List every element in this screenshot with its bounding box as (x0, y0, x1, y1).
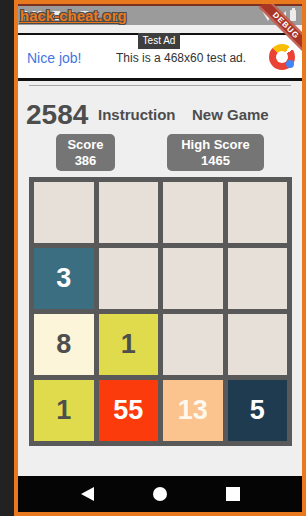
tile-r1c1-empty (34, 182, 94, 243)
high-score-value: 1465 (167, 153, 264, 169)
tile-r3c2-value-1: 1 (99, 314, 159, 375)
admob-logo-icon[interactable] (269, 44, 295, 70)
tile-r1c4-empty (228, 182, 288, 243)
score-box: Score 386 (56, 134, 115, 171)
high-score-label: High Score (167, 137, 264, 153)
tile-r2c2-empty (99, 248, 159, 309)
tile-r4c4-value-5: 5 (228, 380, 288, 441)
tile-r3c1-value-8: 8 (34, 314, 94, 375)
tile-r4c1-value-1: 1 (34, 380, 94, 441)
new-game-button[interactable]: New Game (192, 107, 269, 122)
score-value: 386 (56, 153, 115, 169)
page-title: 2584 (26, 101, 88, 129)
tile-r4c2-value-55: 55 (99, 380, 159, 441)
tile-r2c4-empty (228, 248, 288, 309)
test-ad-badge: Test Ad (138, 33, 180, 49)
tile-r1c2-empty (99, 182, 159, 243)
tile-r4c3-value-13: 13 (163, 380, 223, 441)
android-nav-bar (18, 476, 302, 512)
tile-r3c4-empty (228, 314, 288, 375)
admob-logo-dot (286, 60, 294, 68)
score-label: Score (56, 137, 115, 153)
instruction-button[interactable]: Instruction (98, 107, 176, 122)
high-score-box: High Score 1465 (167, 134, 264, 171)
phone-screen: 6:23 DEBUG hack-cheat.org Test Ad Nice j… (14, 0, 306, 516)
recents-icon[interactable] (226, 487, 240, 501)
tile-r3c3-empty (163, 314, 223, 375)
watermark-text: hack-cheat.org (20, 7, 127, 24)
home-icon[interactable] (153, 487, 167, 501)
ad-body-text: This is a 468x60 test ad. (116, 51, 246, 65)
tile-r2c1-value-3: 3 (34, 248, 94, 309)
ad-banner[interactable]: Test Ad Nice job! This is a 468x60 test … (18, 33, 302, 81)
back-icon[interactable] (81, 487, 94, 501)
game-board[interactable]: 381155135 (29, 177, 292, 446)
header-divider (29, 85, 291, 86)
ad-headline-link[interactable]: Nice job! (27, 50, 81, 66)
tile-r1c3-empty (163, 182, 223, 243)
battery-icon (290, 10, 296, 21)
tile-r2c3-empty (163, 248, 223, 309)
